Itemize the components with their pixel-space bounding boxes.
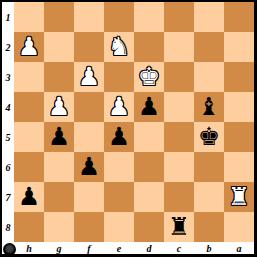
- file-label-h: h: [14, 242, 44, 254]
- square-f4[interactable]: [74, 92, 104, 122]
- square-d5[interactable]: [134, 122, 164, 152]
- piece-white-pawn[interactable]: ♟: [108, 92, 130, 122]
- square-d3[interactable]: ♚: [134, 62, 164, 92]
- square-c4[interactable]: [164, 92, 194, 122]
- piece-black-rook[interactable]: ♜: [168, 212, 190, 242]
- piece-black-pawn[interactable]: ♟: [138, 92, 160, 122]
- square-a3[interactable]: [224, 62, 254, 92]
- square-b6[interactable]: [194, 152, 224, 182]
- rank-label-7: 7: [2, 182, 14, 212]
- square-c2[interactable]: [164, 32, 194, 62]
- piece-white-king[interactable]: ♚: [138, 62, 160, 92]
- piece-black-pawn[interactable]: ♟: [18, 182, 40, 212]
- rank-label-2: 2: [2, 32, 14, 62]
- square-b8[interactable]: [194, 212, 224, 242]
- square-g6[interactable]: [44, 152, 74, 182]
- rank-label-5: 5: [2, 122, 14, 152]
- rank-label-1: 1: [2, 2, 14, 32]
- square-b4[interactable]: ♝: [194, 92, 224, 122]
- rank-label-6: 6: [2, 152, 14, 182]
- black-to-move-indicator: [3, 243, 16, 256]
- chess-diagram: 12345678 ♟♞♟♚♟♟♟♝♟♟♚♟♟♜♜ hgfedcba: [0, 0, 257, 257]
- square-a4[interactable]: [224, 92, 254, 122]
- piece-white-rook[interactable]: ♜: [228, 182, 250, 212]
- square-c3[interactable]: [164, 62, 194, 92]
- square-d7[interactable]: [134, 182, 164, 212]
- square-c5[interactable]: [164, 122, 194, 152]
- square-e4[interactable]: ♟: [104, 92, 134, 122]
- rank-label-8: 8: [2, 212, 14, 242]
- square-e8[interactable]: [104, 212, 134, 242]
- square-c8[interactable]: ♜: [164, 212, 194, 242]
- square-d2[interactable]: [134, 32, 164, 62]
- square-h2[interactable]: ♟: [14, 32, 44, 62]
- square-g3[interactable]: [44, 62, 74, 92]
- piece-white-pawn[interactable]: ♟: [18, 32, 40, 62]
- square-c1[interactable]: [164, 2, 194, 32]
- square-d6[interactable]: [134, 152, 164, 182]
- square-f8[interactable]: [74, 212, 104, 242]
- piece-white-pawn[interactable]: ♟: [48, 92, 70, 122]
- square-g1[interactable]: [44, 2, 74, 32]
- square-d8[interactable]: [134, 212, 164, 242]
- square-g8[interactable]: [44, 212, 74, 242]
- file-label-c: c: [164, 242, 194, 254]
- rank-label-4: 4: [2, 92, 14, 122]
- square-h7[interactable]: ♟: [14, 182, 44, 212]
- square-h8[interactable]: [14, 212, 44, 242]
- file-label-b: b: [194, 242, 224, 254]
- square-c6[interactable]: [164, 152, 194, 182]
- square-e1[interactable]: [104, 2, 134, 32]
- square-g7[interactable]: [44, 182, 74, 212]
- file-label-a: a: [224, 242, 254, 254]
- square-d1[interactable]: [134, 2, 164, 32]
- piece-black-pawn[interactable]: ♟: [108, 122, 130, 152]
- square-f7[interactable]: [74, 182, 104, 212]
- piece-black-pawn[interactable]: ♟: [48, 122, 70, 152]
- piece-white-pawn[interactable]: ♟: [78, 62, 100, 92]
- square-a5[interactable]: [224, 122, 254, 152]
- square-g4[interactable]: ♟: [44, 92, 74, 122]
- square-f3[interactable]: ♟: [74, 62, 104, 92]
- square-e3[interactable]: [104, 62, 134, 92]
- square-g2[interactable]: [44, 32, 74, 62]
- square-e7[interactable]: [104, 182, 134, 212]
- file-label-f: f: [74, 242, 104, 254]
- square-a8[interactable]: [224, 212, 254, 242]
- square-e5[interactable]: ♟: [104, 122, 134, 152]
- file-label-d: d: [134, 242, 164, 254]
- square-h5[interactable]: [14, 122, 44, 152]
- rank-label-3: 3: [2, 62, 14, 92]
- square-h6[interactable]: [14, 152, 44, 182]
- piece-white-knight[interactable]: ♞: [108, 32, 130, 62]
- square-b2[interactable]: [194, 32, 224, 62]
- square-a6[interactable]: [224, 152, 254, 182]
- square-d4[interactable]: ♟: [134, 92, 164, 122]
- square-b5[interactable]: ♚: [194, 122, 224, 152]
- square-f1[interactable]: [74, 2, 104, 32]
- square-b1[interactable]: [194, 2, 224, 32]
- square-f5[interactable]: [74, 122, 104, 152]
- square-b3[interactable]: [194, 62, 224, 92]
- square-b7[interactable]: [194, 182, 224, 212]
- piece-black-pawn[interactable]: ♟: [78, 152, 100, 182]
- square-h1[interactable]: [14, 2, 44, 32]
- rank-labels: 12345678: [2, 2, 14, 242]
- chess-board[interactable]: ♟♞♟♚♟♟♟♝♟♟♚♟♟♜♜: [14, 2, 254, 242]
- square-e6[interactable]: [104, 152, 134, 182]
- file-labels: hgfedcba: [14, 242, 254, 254]
- piece-black-bishop[interactable]: ♝: [198, 92, 220, 122]
- file-label-g: g: [44, 242, 74, 254]
- square-a1[interactable]: [224, 2, 254, 32]
- square-f6[interactable]: ♟: [74, 152, 104, 182]
- square-f2[interactable]: [74, 32, 104, 62]
- square-g5[interactable]: ♟: [44, 122, 74, 152]
- file-label-e: e: [104, 242, 134, 254]
- piece-black-king[interactable]: ♚: [198, 122, 220, 152]
- square-h4[interactable]: [14, 92, 44, 122]
- square-a2[interactable]: [224, 32, 254, 62]
- square-c7[interactable]: [164, 182, 194, 212]
- square-e2[interactable]: ♞: [104, 32, 134, 62]
- square-h3[interactable]: [14, 62, 44, 92]
- square-a7[interactable]: ♜: [224, 182, 254, 212]
